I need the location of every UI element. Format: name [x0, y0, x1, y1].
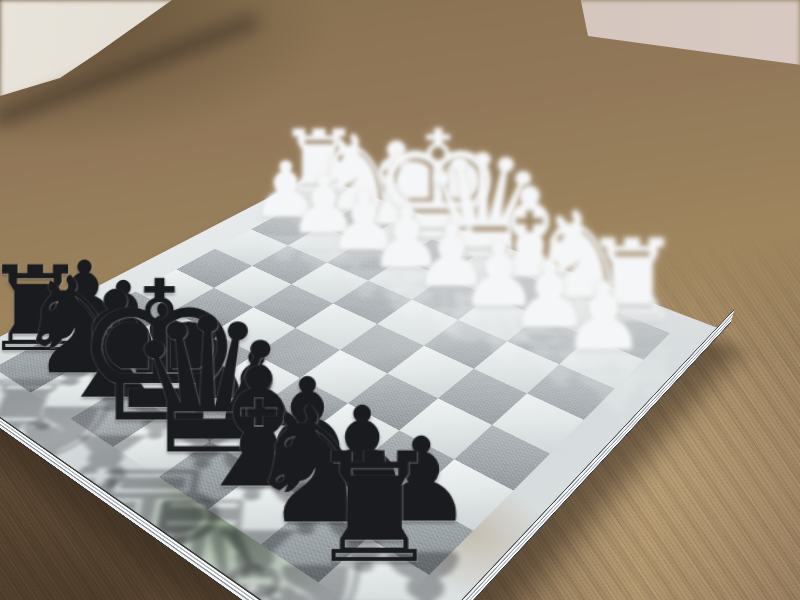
scene: ♜♞♝♚♛♝♞♜♟♟♟♟♟♟♟♟♟♟♟♟♟♟♟♟♜♞♝♚♛♝♞♜ ♜♞♝♚♛♝♞…: [0, 0, 800, 600]
